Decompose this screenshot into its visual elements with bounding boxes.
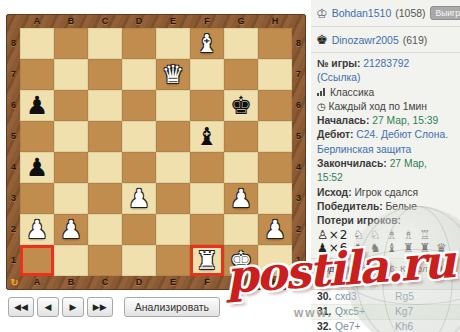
move-number: 32. — [311, 320, 335, 332]
piece-black-bishop: ♝ — [190, 121, 224, 152]
square-g1[interactable]: ♚ — [224, 245, 258, 276]
square-e6[interactable] — [156, 90, 190, 121]
white-player-row: ♔ Bohdan1510 (1058) Выиграл — [311, 0, 460, 27]
square-c6[interactable] — [88, 90, 122, 121]
square-a3[interactable] — [20, 183, 54, 214]
square-c2[interactable] — [88, 214, 122, 245]
white-player-link[interactable]: Bohdan1510 — [332, 7, 392, 19]
square-a4[interactable]: ♟ — [20, 152, 54, 183]
square-h3[interactable] — [258, 183, 292, 214]
started-value: 27 Мар, 15:39 — [372, 115, 438, 126]
board-squares: ♝♛♟♚♝♟♟♟♟♟♟♜♚ — [20, 28, 292, 276]
black-player-row: ♚ Dinozawr2005 (619) — [311, 27, 460, 53]
square-f2[interactable] — [190, 214, 224, 245]
square-g3[interactable]: ♟ — [224, 183, 258, 214]
piece-white-pawn: ♟ — [258, 214, 292, 245]
piece-white-rook: ♜ — [190, 245, 224, 276]
rating-bars-icon — [317, 88, 325, 96]
square-c8[interactable] — [88, 28, 122, 59]
move-row-31: 31.Qxc5+Kg7 — [311, 305, 460, 320]
rank-label-2: 2 — [292, 214, 305, 245]
square-d2[interactable] — [122, 214, 156, 245]
time-control-value: Каждый ход по 1мин — [329, 101, 427, 112]
file-label-d: D — [122, 15, 156, 28]
square-e5[interactable] — [156, 121, 190, 152]
square-b2[interactable]: ♟ — [54, 214, 88, 245]
outcome-line: Исход: Игрок сдался — [317, 186, 454, 200]
started-line: Началась: 27 Мар, 15:39 — [317, 114, 454, 128]
square-b5[interactable] — [54, 121, 88, 152]
white-captured-pieces: ♙×2 ♘ ♘ ♗ ♗ ♖ — [317, 229, 454, 242]
piece-white-queen: ♛ — [156, 59, 190, 90]
square-f4[interactable] — [190, 152, 224, 183]
square-h1[interactable] — [258, 245, 292, 276]
rank-label-6: 6 — [292, 90, 305, 121]
game-number-label: № игры: — [317, 58, 360, 69]
square-e2[interactable] — [156, 214, 190, 245]
square-d6[interactable] — [122, 90, 156, 121]
black-king-icon: ♚ — [316, 33, 328, 46]
square-h2[interactable]: ♟ — [258, 214, 292, 245]
mode-line: Классика — [317, 86, 454, 100]
square-f6[interactable] — [190, 90, 224, 121]
rank-label-5: 5 — [7, 121, 20, 152]
rank-label-3: 3 — [7, 183, 20, 214]
piece-white-bishop: ♝ — [190, 28, 224, 59]
rank-label-8: 8 — [7, 28, 20, 59]
square-e4[interactable] — [156, 152, 190, 183]
square-e8[interactable] — [156, 28, 190, 59]
black-move[interactable]: Kh6 — [395, 320, 460, 332]
first-move-button[interactable]: ◀◀ — [8, 297, 34, 317]
black-player-rating: (619) — [403, 34, 428, 46]
rank-label-4: 4 — [7, 152, 20, 183]
rank-label-1: 1 — [7, 245, 20, 276]
clock-icon: ◷ — [317, 100, 326, 114]
last-move-button[interactable]: ▶▶ — [87, 297, 113, 317]
started-label: Началась: — [317, 115, 369, 126]
rank-label-4: 4 — [292, 152, 305, 183]
outcome-label: Исход: — [317, 187, 352, 198]
square-e3[interactable] — [156, 183, 190, 214]
rank-label-8: 8 — [292, 28, 305, 59]
ended-line: Закончилась: 27 Мар, 15:52 — [317, 157, 454, 186]
file-label-a: A — [20, 276, 54, 289]
square-g5[interactable] — [224, 121, 258, 152]
file-label-f: F — [190, 276, 224, 289]
winner-value: Белые — [386, 201, 417, 212]
piece-white-king: ♚ — [224, 245, 258, 276]
square-d7[interactable] — [122, 59, 156, 90]
file-labels-bottom: ABCDEFGH — [20, 276, 292, 289]
rank-label-7: 7 — [292, 59, 305, 90]
square-b3[interactable] — [54, 183, 88, 214]
square-b1[interactable] — [54, 245, 88, 276]
square-h4[interactable] — [258, 152, 292, 183]
square-d4[interactable] — [122, 152, 156, 183]
square-c3[interactable] — [88, 183, 122, 214]
black-captured-pieces: ♟×6 ♞ ♞ ♝ ♜ ♜ ♛ — [317, 242, 454, 255]
square-f3[interactable] — [190, 183, 224, 214]
file-label-h: H — [258, 276, 292, 289]
black-move[interactable]: Rg5 — [395, 290, 460, 304]
square-d3[interactable]: ♟ — [122, 183, 156, 214]
next-move-button[interactable]: ▶ — [62, 297, 84, 317]
piece-white-pawn: ♟ — [224, 183, 258, 214]
game-details: № игры: 21283792 (Ссылка) Классика ◷ Каж… — [311, 53, 460, 259]
time-control-line: ◷ Каждый ход по 1мин — [317, 100, 454, 114]
square-b7[interactable] — [54, 59, 88, 90]
square-c5[interactable] — [88, 121, 122, 152]
prev-move-button[interactable]: ◀ — [37, 297, 59, 317]
square-g6[interactable]: ♚ — [224, 90, 258, 121]
game-link[interactable]: (Ссылка) — [317, 72, 360, 83]
piece-white-pawn: ♟ — [122, 183, 156, 214]
piece-white-pawn: ♟ — [20, 214, 54, 245]
square-a5[interactable] — [20, 121, 54, 152]
black-player-link[interactable]: Dinozawr2005 — [332, 34, 399, 46]
flip-board-icon[interactable]: ↻ — [8, 276, 21, 289]
rank-label-3: 3 — [292, 183, 305, 214]
square-d5[interactable] — [122, 121, 156, 152]
file-labels-top: ABCDEFGH — [20, 15, 292, 28]
file-label-b: B — [54, 276, 88, 289]
file-label-c: C — [88, 276, 122, 289]
move-number: 30. — [311, 290, 335, 304]
opening-line: Дебют: C24. Дебют Слона. Берлинская защи… — [317, 128, 454, 157]
file-label-b: B — [54, 15, 88, 28]
winner-label: Победитель: — [317, 201, 383, 212]
move-row-32: 32.Qe7+Kh6 — [311, 320, 460, 332]
rank-label-1: 1 — [292, 245, 305, 276]
file-label-f: F — [190, 15, 224, 28]
square-a8[interactable] — [20, 28, 54, 59]
black-move[interactable]: Kg7 — [395, 305, 460, 319]
piece-white-pawn: ♟ — [54, 214, 88, 245]
square-f7[interactable] — [190, 59, 224, 90]
square-g2[interactable] — [224, 214, 258, 245]
square-h5[interactable] — [258, 121, 292, 152]
game-number-value[interactable]: 21283792 — [363, 58, 409, 69]
rank-label-2: 2 — [7, 214, 20, 245]
winner-badge[interactable]: Выиграл — [430, 6, 460, 20]
analyze-button[interactable]: Анализировать — [124, 297, 220, 317]
mode-value: Классика — [330, 87, 374, 98]
square-b8[interactable] — [54, 28, 88, 59]
move-navigation: ◀◀ ◀ ▶ ▶▶ Анализировать — [8, 297, 220, 317]
file-label-c: C — [88, 15, 122, 28]
chess-board: ABCDEFGH 87654321 87654321 ABCDEFGH ♝♛♟♚… — [6, 14, 306, 290]
rank-labels-right: 87654321 — [292, 28, 305, 276]
square-a2[interactable]: ♟ — [20, 214, 54, 245]
square-f8[interactable]: ♝ — [190, 28, 224, 59]
move-number: 31. — [311, 305, 335, 319]
losses-label: Потери игроков: — [317, 214, 454, 228]
square-h8[interactable] — [258, 28, 292, 59]
square-a7[interactable] — [20, 59, 54, 90]
square-b6[interactable] — [54, 90, 88, 121]
outcome-value: Игрок сдался — [354, 187, 418, 198]
ended-label: Закончилась: — [317, 158, 387, 169]
square-h6[interactable] — [258, 90, 292, 121]
square-e7[interactable]: ♛ — [156, 59, 190, 90]
white-move[interactable]: Qe7+ — [335, 320, 395, 332]
file-label-a: A — [20, 15, 54, 28]
square-h7[interactable] — [258, 59, 292, 90]
white-move[interactable]: Qxc5+ — [335, 305, 395, 319]
square-a6[interactable]: ♟ — [20, 90, 54, 121]
square-d1[interactable] — [122, 245, 156, 276]
game-number-line: № игры: 21283792 (Ссылка) — [317, 57, 454, 86]
square-g7[interactable] — [224, 59, 258, 90]
square-g8[interactable] — [224, 28, 258, 59]
square-c7[interactable] — [88, 59, 122, 90]
white-player-rating: (1058) — [395, 7, 425, 19]
white-move[interactable]: cxd3 — [335, 290, 395, 304]
file-label-e: E — [156, 276, 190, 289]
square-a1[interactable] — [20, 245, 54, 276]
file-label-h: H — [258, 15, 292, 28]
opening-label: Дебют: — [317, 129, 353, 140]
square-g4[interactable] — [224, 152, 258, 183]
rank-label-6: 6 — [7, 90, 20, 121]
square-f1[interactable]: ♜ — [190, 245, 224, 276]
rank-label-7: 7 — [7, 59, 20, 90]
piece-black-pawn: ♟ — [20, 90, 54, 121]
white-king-icon: ♔ — [316, 7, 328, 20]
file-label-g: G — [224, 15, 258, 28]
square-e1[interactable] — [156, 245, 190, 276]
file-label-e: E — [156, 15, 190, 28]
square-b4[interactable] — [54, 152, 88, 183]
file-label-d: D — [122, 276, 156, 289]
file-label-g: G — [224, 276, 258, 289]
square-c4[interactable] — [88, 152, 122, 183]
move-list: 30.cxd3Rg531.Qxc5+Kg732.Qe7+Kh633.f4g434… — [311, 290, 460, 332]
piece-black-king: ♚ — [224, 90, 258, 121]
square-c1[interactable] — [88, 245, 122, 276]
piece-black-pawn: ♟ — [20, 152, 54, 183]
move-row-30: 30.cxd3Rg5 — [311, 290, 460, 305]
game-info-panel: ♔ Bohdan1510 (1058) Выиграл ♚ Dinozawr20… — [311, 0, 460, 332]
square-f5[interactable]: ♝ — [190, 121, 224, 152]
move-header: Ход черных №36: Король H6 - G6 — [311, 259, 460, 290]
rank-labels-left: 87654321 — [7, 28, 20, 276]
square-d8[interactable] — [122, 28, 156, 59]
winner-line: Победитель: Белые — [317, 200, 454, 214]
rank-label-5: 5 — [292, 121, 305, 152]
